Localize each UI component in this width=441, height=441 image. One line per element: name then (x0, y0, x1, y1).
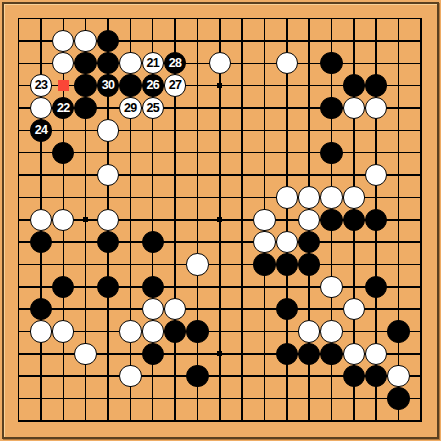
stone-black (119, 74, 141, 96)
stone-white (320, 276, 342, 298)
stone-white (276, 231, 298, 253)
stone-black (74, 74, 96, 96)
move-number-label: 22 (52, 97, 74, 119)
move-number-label: 27 (164, 74, 186, 96)
stone-black (142, 276, 164, 298)
move-number-label: 25 (142, 97, 164, 119)
stone-white (119, 52, 141, 74)
stone-black (343, 209, 365, 231)
stone-white (97, 119, 119, 141)
stone-white (119, 320, 141, 342)
grid-line-horizontal (18, 331, 422, 333)
star-point (217, 351, 222, 356)
go-board: 21222324252627282930 (0, 0, 441, 441)
stone-black (320, 142, 342, 164)
stone-white (186, 253, 208, 275)
stone-black (253, 253, 275, 275)
square-mark (58, 80, 69, 91)
stone-white (30, 320, 52, 342)
stone-white (343, 186, 365, 208)
stone-white (253, 231, 275, 253)
stone-black (320, 343, 342, 365)
stone-white (52, 320, 74, 342)
stone-white (30, 209, 52, 231)
stone-white (253, 209, 275, 231)
star-point (83, 217, 88, 222)
stone-black (387, 387, 409, 409)
stone-white (142, 320, 164, 342)
stone-black (320, 52, 342, 74)
stone-black (276, 253, 298, 275)
grid-line-horizontal (18, 420, 422, 422)
stone-black (276, 343, 298, 365)
stone-white (320, 320, 342, 342)
grid-line-vertical (420, 18, 422, 422)
stone-black (74, 97, 96, 119)
move-number-label: 24 (30, 119, 52, 141)
stone-black (142, 343, 164, 365)
stone-black (365, 74, 387, 96)
stone-white (298, 320, 320, 342)
star-point (217, 83, 222, 88)
stone-black (186, 320, 208, 342)
stone-black (320, 209, 342, 231)
stone-white (74, 343, 96, 365)
stone-white (343, 97, 365, 119)
grid-line-horizontal (18, 286, 422, 288)
stone-white (97, 209, 119, 231)
grid-line-vertical (241, 18, 243, 422)
grid-line-horizontal (18, 264, 422, 266)
grid-line-vertical (398, 18, 400, 422)
stone-black (97, 276, 119, 298)
stone-white (298, 186, 320, 208)
move-number-label: 21 (142, 52, 164, 74)
move-number-label: 26 (142, 74, 164, 96)
stone-white (343, 343, 365, 365)
grid-line-horizontal (18, 398, 422, 400)
stone-white (119, 365, 141, 387)
move-number-label: 29 (119, 97, 141, 119)
stone-black (186, 365, 208, 387)
stone-white (74, 30, 96, 52)
stone-white (276, 186, 298, 208)
star-point (217, 217, 222, 222)
move-number-label: 23 (30, 74, 52, 96)
stone-black (343, 74, 365, 96)
move-number-label: 28 (164, 52, 186, 74)
grid-line-horizontal (18, 241, 422, 243)
stone-black (164, 320, 186, 342)
move-number-label: 30 (97, 74, 119, 96)
stone-white (320, 186, 342, 208)
stone-black (387, 320, 409, 342)
stone-white (298, 209, 320, 231)
stone-white (387, 365, 409, 387)
stone-white (142, 298, 164, 320)
stone-black (298, 253, 320, 275)
stone-black (320, 97, 342, 119)
stone-black (142, 231, 164, 253)
